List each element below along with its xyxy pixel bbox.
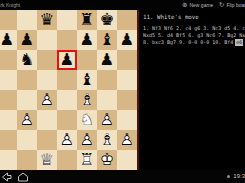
square-d7[interactable]: [37, 30, 57, 50]
piece-white-knight: ♞♘: [77, 110, 97, 130]
square-c5[interactable]: [17, 70, 37, 90]
square-b3[interactable]: [0, 110, 17, 130]
square-c1[interactable]: [17, 150, 37, 170]
piece-black-pawn: ♟: [77, 30, 97, 50]
piece-black-pawn: ♟: [97, 50, 117, 70]
square-e5[interactable]: [57, 70, 77, 90]
square-e3[interactable]: [57, 110, 77, 130]
square-b1[interactable]: [0, 150, 17, 170]
square-g7[interactable]: ♝: [97, 30, 117, 50]
square-f5[interactable]: ♝: [77, 70, 97, 90]
square-d2[interactable]: [37, 130, 57, 150]
square-h1[interactable]: [117, 150, 137, 170]
piece-black-queen: ♛: [37, 10, 57, 30]
square-c7[interactable]: ♟: [17, 30, 37, 50]
piece-white-pawn: ♟♙: [97, 110, 117, 130]
piece-white-pawn: ♟♙: [77, 130, 97, 150]
square-f6[interactable]: [77, 50, 97, 70]
new-game-label: New game: [189, 2, 213, 8]
chess-board: ♜♛♜♚♟♟♟♟♝♟♞♟♟♝♟♙♝♗♟♙♞♘♟♙♟♙♟♙♟♙♝♗♟♙♜♖♛♕♜♖…: [0, 10, 139, 172]
piece-white-queen: ♛♕: [37, 150, 57, 170]
plus-circle-icon: ⊕: [182, 2, 187, 8]
square-g6[interactable]: ♟: [97, 50, 117, 70]
move-status: 11. White's move: [143, 14, 199, 20]
piece-black-bishop: ♝: [97, 30, 117, 50]
square-e1[interactable]: [57, 150, 77, 170]
system-bar: 19:3: [0, 170, 245, 183]
piece-white-pawn: ♟♙: [37, 90, 57, 110]
square-b8[interactable]: [0, 10, 17, 30]
square-b5[interactable]: [0, 70, 17, 90]
square-h2[interactable]: ♟♙: [117, 130, 137, 150]
square-h5[interactable]: [117, 70, 137, 90]
square-c6[interactable]: ♞: [17, 50, 37, 70]
square-e7[interactable]: [57, 30, 77, 50]
square-c2[interactable]: [17, 130, 37, 150]
piece-white-pawn: ♟♙: [117, 130, 137, 150]
square-h6[interactable]: [117, 50, 137, 70]
move-list: 1. Nf3 Nf6 2. c4 g6 3. Nc3 d5 4. cxd5 Nx…: [143, 25, 245, 46]
selected-move: e6: [235, 39, 243, 46]
move-line-3: 8. bxc3 Bg7 9. 0-0 0-0 10. Bf4e6: [143, 39, 245, 46]
flip-board-label: Flip board: [226, 2, 245, 8]
square-d6[interactable]: [37, 50, 57, 70]
square-c8[interactable]: [17, 10, 37, 30]
square-f8[interactable]: ♜: [77, 10, 97, 30]
piece-black-rook: ♜: [77, 10, 97, 30]
move-line-3-text: 8. bxc3 Bg7 9. 0-0 0-0 10. Bf4: [143, 39, 233, 45]
piece-white-pawn: ♟♙: [57, 130, 77, 150]
square-h8[interactable]: [117, 10, 137, 30]
square-g4[interactable]: [97, 90, 117, 110]
square-g5[interactable]: [97, 70, 117, 90]
square-d1[interactable]: ♛♕: [37, 150, 57, 170]
status-dot-icon: [227, 175, 230, 178]
square-c4[interactable]: [17, 90, 37, 110]
square-f7[interactable]: ♟: [77, 30, 97, 50]
piece-black-knight: ♞: [17, 50, 37, 70]
piece-white-bishop: ♝♗: [77, 90, 97, 110]
square-e4[interactable]: [57, 90, 77, 110]
move-line-2: Nxd5 5. d4 Bf5 6. g3 Nc6 7. Bg2 Nxc3: [143, 32, 245, 39]
square-e2[interactable]: ♟♙: [57, 130, 77, 150]
square-g3[interactable]: ♟♙: [97, 110, 117, 130]
piece-black-pawn: ♟: [0, 30, 17, 50]
system-clock: 19:3: [227, 173, 245, 179]
square-f3[interactable]: ♞♘: [77, 110, 97, 130]
piece-black-king: ♚: [97, 10, 117, 30]
square-g1[interactable]: ♚♔: [97, 150, 117, 170]
square-g8[interactable]: ♚: [97, 10, 117, 30]
piece-black-pawn: ♟: [17, 30, 37, 50]
square-h4[interactable]: [117, 90, 137, 110]
square-b4[interactable]: [0, 90, 17, 110]
app-window: Dark Knight ⊕ New game ↻ Flip board ♜♛♜♚…: [0, 0, 245, 183]
app-title: Dark Knight: [0, 2, 20, 8]
square-g2[interactable]: ♝♗: [97, 130, 117, 150]
piece-white-bishop: ♝♗: [97, 130, 117, 150]
square-f4[interactable]: ♝♗: [77, 90, 97, 110]
top-bar: Dark Knight ⊕ New game ↻ Flip board: [0, 0, 245, 10]
square-d5[interactable]: [37, 70, 57, 90]
square-f1[interactable]: ♜♖: [77, 150, 97, 170]
square-d3[interactable]: [37, 110, 57, 130]
square-h3[interactable]: [117, 110, 137, 130]
piece-black-pawn: ♟: [117, 30, 137, 50]
move-line-1: 1. Nf3 Nf6 2. c4 g6 3. Nc3 d5 4. cxd5: [143, 25, 245, 32]
square-h7[interactable]: ♟: [117, 30, 137, 50]
square-b6[interactable]: [0, 50, 17, 70]
new-game-button[interactable]: ⊕ New game: [182, 2, 213, 8]
square-e6[interactable]: ♟: [57, 50, 77, 70]
square-d4[interactable]: ♟♙: [37, 90, 57, 110]
flip-board-button[interactable]: ↻ Flip board: [219, 2, 245, 8]
square-b7[interactable]: ♟: [0, 30, 17, 50]
square-e8[interactable]: [57, 10, 77, 30]
rotate-icon: ↻: [219, 2, 224, 8]
home-icon[interactable]: [17, 172, 29, 182]
square-b2[interactable]: [0, 130, 17, 150]
back-icon[interactable]: [0, 172, 12, 182]
piece-white-king: ♚♔: [97, 150, 117, 170]
clock-text: 19:3: [233, 173, 245, 179]
square-d8[interactable]: ♛: [37, 10, 57, 30]
piece-black-pawn: ♟: [57, 50, 77, 70]
piece-black-bishop: ♝: [77, 70, 97, 90]
square-f2[interactable]: ♟♙: [77, 130, 97, 150]
piece-white-rook: ♜♖: [77, 150, 97, 170]
piece-white-pawn: ♟♙: [17, 110, 37, 130]
square-c3[interactable]: ♟♙: [17, 110, 37, 130]
